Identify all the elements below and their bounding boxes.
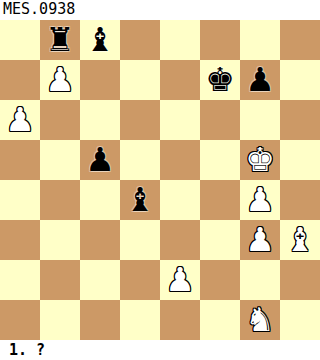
square-b6[interactable]: [40, 100, 80, 140]
square-d2[interactable]: [120, 260, 160, 300]
square-d8[interactable]: [120, 20, 160, 60]
square-g6[interactable]: [240, 100, 280, 140]
square-f7[interactable]: ♚: [200, 60, 240, 100]
square-b4[interactable]: [40, 180, 80, 220]
square-c4[interactable]: [80, 180, 120, 220]
square-h2[interactable]: [280, 260, 320, 300]
square-a5[interactable]: [0, 140, 40, 180]
square-a7[interactable]: [0, 60, 40, 100]
square-d4[interactable]: ♝: [120, 180, 160, 220]
square-f1[interactable]: [200, 300, 240, 340]
square-a4[interactable]: [0, 180, 40, 220]
square-f3[interactable]: [200, 220, 240, 260]
square-g7[interactable]: ♟: [240, 60, 280, 100]
square-f5[interactable]: [200, 140, 240, 180]
square-g5[interactable]: ♚: [240, 140, 280, 180]
square-e4[interactable]: [160, 180, 200, 220]
square-g4[interactable]: ♟: [240, 180, 280, 220]
piece-white-pawn: ♟: [45, 60, 75, 100]
piece-black-pawn: ♟: [245, 60, 275, 100]
piece-black-pawn: ♟: [85, 140, 115, 180]
square-b1[interactable]: [40, 300, 80, 340]
square-e5[interactable]: [160, 140, 200, 180]
piece-white-pawn: ♟: [245, 180, 275, 220]
square-a6[interactable]: ♟: [0, 100, 40, 140]
piece-black-rook: ♜: [45, 20, 75, 60]
square-h6[interactable]: [280, 100, 320, 140]
square-c8[interactable]: ♝: [80, 20, 120, 60]
square-f2[interactable]: [200, 260, 240, 300]
piece-white-pawn: ♟: [5, 100, 35, 140]
square-g3[interactable]: ♟: [240, 220, 280, 260]
square-b3[interactable]: [40, 220, 80, 260]
piece-white-knight: ♞: [245, 300, 275, 340]
piece-black-king: ♚: [205, 60, 235, 100]
piece-white-pawn: ♟: [245, 220, 275, 260]
square-c6[interactable]: [80, 100, 120, 140]
square-h7[interactable]: [280, 60, 320, 100]
square-c3[interactable]: [80, 220, 120, 260]
square-c7[interactable]: [80, 60, 120, 100]
square-b2[interactable]: [40, 260, 80, 300]
square-e8[interactable]: [160, 20, 200, 60]
square-g2[interactable]: [240, 260, 280, 300]
piece-white-king: ♚: [245, 140, 275, 180]
square-c1[interactable]: [80, 300, 120, 340]
square-f4[interactable]: [200, 180, 240, 220]
square-d5[interactable]: [120, 140, 160, 180]
piece-black-bishop: ♝: [85, 20, 115, 60]
square-e7[interactable]: [160, 60, 200, 100]
square-f6[interactable]: [200, 100, 240, 140]
square-a3[interactable]: [0, 220, 40, 260]
piece-white-bishop: ♝: [285, 220, 315, 260]
square-h8[interactable]: [280, 20, 320, 60]
chess-app-window: MES.0938 ♜♝♟♚♟♟♟♚♝♟♟♝♟♞ 1. ?: [0, 0, 320, 360]
square-h3[interactable]: ♝: [280, 220, 320, 260]
square-a2[interactable]: [0, 260, 40, 300]
square-g1[interactable]: ♞: [240, 300, 280, 340]
square-g8[interactable]: [240, 20, 280, 60]
square-a1[interactable]: [0, 300, 40, 340]
square-e3[interactable]: [160, 220, 200, 260]
square-b7[interactable]: ♟: [40, 60, 80, 100]
piece-white-pawn: ♟: [165, 260, 195, 300]
square-h4[interactable]: [280, 180, 320, 220]
square-c2[interactable]: [80, 260, 120, 300]
piece-black-bishop: ♝: [125, 180, 155, 220]
move-prompt: 1. ?: [0, 340, 320, 360]
square-f8[interactable]: [200, 20, 240, 60]
square-c5[interactable]: ♟: [80, 140, 120, 180]
square-b8[interactable]: ♜: [40, 20, 80, 60]
square-e6[interactable]: [160, 100, 200, 140]
chess-board: ♜♝♟♚♟♟♟♚♝♟♟♝♟♞: [0, 20, 320, 340]
square-h1[interactable]: [280, 300, 320, 340]
square-d3[interactable]: [120, 220, 160, 260]
square-d7[interactable]: [120, 60, 160, 100]
square-h5[interactable]: [280, 140, 320, 180]
square-d6[interactable]: [120, 100, 160, 140]
puzzle-title: MES.0938: [0, 0, 320, 20]
square-e2[interactable]: ♟: [160, 260, 200, 300]
square-a8[interactable]: [0, 20, 40, 60]
square-b5[interactable]: [40, 140, 80, 180]
square-d1[interactable]: [120, 300, 160, 340]
square-e1[interactable]: [160, 300, 200, 340]
